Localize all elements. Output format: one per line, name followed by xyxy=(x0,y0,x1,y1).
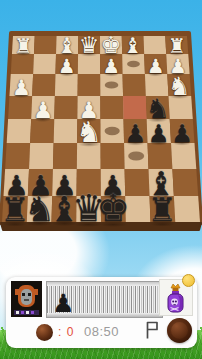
white-rook-h1[interactable]: ♜ xyxy=(168,36,186,56)
chess-app-screen: ♜♝♛♚♝♜♟♟♟♟♟♞♟♟♞♞♟♟♟♟♟♟♟♝♜♞♝♛♚♜ ♟ xyxy=(0,0,202,359)
black-king-e8[interactable]: ♚ xyxy=(97,190,130,227)
white-pawn-a3[interactable]: ♟ xyxy=(12,77,31,98)
captured-pieces-cage: ♟ xyxy=(46,281,163,318)
white-pawn-b4[interactable]: ♟ xyxy=(33,99,53,122)
pieces-layer[interactable]: ♜♝♛♚♝♜♟♟♟♟♟♞♟♟♞♞♟♟♟♟♟♟♟♝♜♞♝♛♚♜ xyxy=(0,0,202,235)
white-bishop-c1[interactable]: ♝ xyxy=(58,35,77,56)
white-rook-a1[interactable]: ♜ xyxy=(14,36,32,56)
black-pawn-h5[interactable]: ♟ xyxy=(171,122,193,146)
white-knight-d5[interactable]: ♞ xyxy=(76,118,102,147)
poison-bottle-avatar[interactable] xyxy=(159,279,193,316)
yellow-badge-icon xyxy=(182,274,195,287)
monkey-avatar[interactable] xyxy=(11,281,42,317)
white-king-e1[interactable]: ♚ xyxy=(101,34,122,57)
white-queen-d1[interactable]: ♛ xyxy=(79,34,100,57)
wooden-sphere-button[interactable] xyxy=(167,318,192,343)
bottom-panel: ♟ : 0 08:50 xyxy=(6,277,197,348)
white-pawn-e2[interactable]: ♟ xyxy=(103,57,120,77)
captured-black-pawn: ♟ xyxy=(52,291,74,316)
black-rook-g8[interactable]: ♜ xyxy=(148,194,177,227)
black-pawn-f5[interactable]: ♟ xyxy=(125,122,147,146)
black-pawn-g5[interactable]: ♟ xyxy=(148,122,170,146)
white-pawn-g2[interactable]: ♟ xyxy=(147,57,164,77)
resign-flag-icon[interactable] xyxy=(144,320,160,340)
white-knight-h3[interactable]: ♞ xyxy=(168,74,191,99)
black-knight-g4[interactable]: ♞ xyxy=(145,95,169,122)
white-bishop-f1[interactable]: ♝ xyxy=(123,35,142,56)
white-pawn-c2[interactable]: ♟ xyxy=(58,57,75,77)
